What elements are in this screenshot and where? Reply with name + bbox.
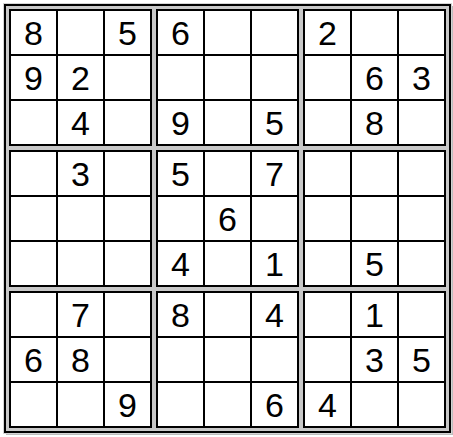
cell-r7c9[interactable]	[399, 293, 444, 336]
cell-r8c3[interactable]	[105, 338, 150, 381]
cell-r4c6: 7	[252, 152, 297, 195]
cell-r8c8: 3	[352, 338, 397, 381]
box-2-1: 3	[9, 150, 152, 287]
cell-r2c6[interactable]	[252, 56, 297, 99]
cell-r8c2: 8	[58, 338, 103, 381]
cell-r6c9[interactable]	[399, 242, 444, 285]
cell-r6c1[interactable]	[11, 242, 56, 285]
box-1-3: 2638	[303, 9, 446, 146]
cell-r1c9[interactable]	[399, 11, 444, 54]
cell-r4c1[interactable]	[11, 152, 56, 195]
box-3-3: 1354	[303, 291, 446, 428]
cell-r3c1[interactable]	[11, 101, 56, 144]
cell-r1c6[interactable]	[252, 11, 297, 54]
cell-r6c4: 4	[158, 242, 203, 285]
cell-r7c2: 7	[58, 293, 103, 336]
cell-r5c6[interactable]	[252, 197, 297, 240]
box-3-1: 7689	[9, 291, 152, 428]
box-1-2: 695	[156, 9, 299, 146]
cell-r7c7[interactable]	[305, 293, 350, 336]
box-2-2: 57641	[156, 150, 299, 287]
cell-r5c9[interactable]	[399, 197, 444, 240]
cell-r2c2: 2	[58, 56, 103, 99]
cell-r7c1[interactable]	[11, 293, 56, 336]
cell-r2c9: 3	[399, 56, 444, 99]
cell-r8c1: 6	[11, 338, 56, 381]
cell-r1c1: 8	[11, 11, 56, 54]
cell-r3c3[interactable]	[105, 101, 150, 144]
cell-r2c8: 6	[352, 56, 397, 99]
cell-r8c5[interactable]	[205, 338, 250, 381]
cell-r2c1: 9	[11, 56, 56, 99]
cell-r6c6: 1	[252, 242, 297, 285]
cell-r3c9[interactable]	[399, 101, 444, 144]
cell-r9c1[interactable]	[11, 383, 56, 426]
cell-r3c6: 5	[252, 101, 297, 144]
cell-r1c3: 5	[105, 11, 150, 54]
box-1-1: 85924	[9, 9, 152, 146]
cell-r6c3[interactable]	[105, 242, 150, 285]
cell-r6c2[interactable]	[58, 242, 103, 285]
cell-r4c5[interactable]	[205, 152, 250, 195]
cell-r5c4[interactable]	[158, 197, 203, 240]
cell-r2c3[interactable]	[105, 56, 150, 99]
cell-r5c3[interactable]	[105, 197, 150, 240]
cell-r5c7[interactable]	[305, 197, 350, 240]
cell-r5c5: 6	[205, 197, 250, 240]
cell-r7c3[interactable]	[105, 293, 150, 336]
cell-r7c5[interactable]	[205, 293, 250, 336]
box-2-3: 5	[303, 150, 446, 287]
cell-r6c5[interactable]	[205, 242, 250, 285]
cell-r3c8: 8	[352, 101, 397, 144]
cell-r1c8[interactable]	[352, 11, 397, 54]
cell-r3c2: 4	[58, 101, 103, 144]
cell-r9c2[interactable]	[58, 383, 103, 426]
cell-r7c6: 4	[252, 293, 297, 336]
cell-r8c7[interactable]	[305, 338, 350, 381]
cell-r3c4: 9	[158, 101, 203, 144]
cell-r2c4[interactable]	[158, 56, 203, 99]
cell-r1c5[interactable]	[205, 11, 250, 54]
cell-r3c7[interactable]	[305, 101, 350, 144]
cell-r3c5[interactable]	[205, 101, 250, 144]
cell-r5c2[interactable]	[58, 197, 103, 240]
cell-r2c5[interactable]	[205, 56, 250, 99]
cell-r5c8[interactable]	[352, 197, 397, 240]
cell-r9c6: 6	[252, 383, 297, 426]
cell-r1c2[interactable]	[58, 11, 103, 54]
cell-r4c9[interactable]	[399, 152, 444, 195]
cell-r6c8: 5	[352, 242, 397, 285]
cell-r8c6[interactable]	[252, 338, 297, 381]
cell-r9c3: 9	[105, 383, 150, 426]
cell-r4c8[interactable]	[352, 152, 397, 195]
sudoku-board: 859246952638357641576898461354	[4, 4, 451, 433]
cell-r9c9[interactable]	[399, 383, 444, 426]
cell-r8c4[interactable]	[158, 338, 203, 381]
cell-r7c8: 1	[352, 293, 397, 336]
cell-r7c4: 8	[158, 293, 203, 336]
cell-r9c8[interactable]	[352, 383, 397, 426]
cell-r9c5[interactable]	[205, 383, 250, 426]
cell-r4c3[interactable]	[105, 152, 150, 195]
page: 859246952638357641576898461354	[0, 0, 453, 437]
cell-r4c4: 5	[158, 152, 203, 195]
cell-r9c4[interactable]	[158, 383, 203, 426]
cell-r8c9: 5	[399, 338, 444, 381]
cell-r4c2: 3	[58, 152, 103, 195]
box-3-2: 846	[156, 291, 299, 428]
cell-r6c7[interactable]	[305, 242, 350, 285]
cell-r5c1[interactable]	[11, 197, 56, 240]
cell-r1c7: 2	[305, 11, 350, 54]
cell-r1c4: 6	[158, 11, 203, 54]
cell-r2c7[interactable]	[305, 56, 350, 99]
cell-r4c7[interactable]	[305, 152, 350, 195]
cell-r9c7: 4	[305, 383, 350, 426]
